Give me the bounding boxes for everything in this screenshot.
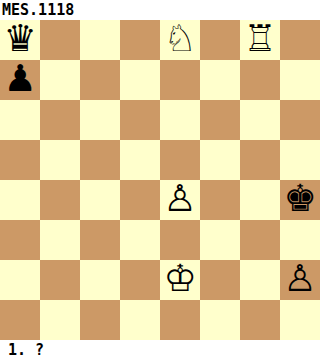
square-e8[interactable]: ♘ bbox=[160, 20, 200, 60]
square-b4[interactable] bbox=[40, 180, 80, 220]
square-a2[interactable] bbox=[0, 260, 40, 300]
square-a5[interactable] bbox=[0, 140, 40, 180]
square-g7[interactable] bbox=[240, 60, 280, 100]
square-g1[interactable] bbox=[240, 300, 280, 340]
square-b1[interactable] bbox=[40, 300, 80, 340]
square-f6[interactable] bbox=[200, 100, 240, 140]
square-b2[interactable] bbox=[40, 260, 80, 300]
square-a6[interactable] bbox=[0, 100, 40, 140]
square-a3[interactable] bbox=[0, 220, 40, 260]
square-d2[interactable] bbox=[120, 260, 160, 300]
square-h8[interactable] bbox=[280, 20, 320, 60]
square-h5[interactable] bbox=[280, 140, 320, 180]
square-f3[interactable] bbox=[200, 220, 240, 260]
square-f4[interactable] bbox=[200, 180, 240, 220]
square-g3[interactable] bbox=[240, 220, 280, 260]
square-h7[interactable] bbox=[280, 60, 320, 100]
square-e6[interactable] bbox=[160, 100, 200, 140]
square-e2[interactable]: ♔ bbox=[160, 260, 200, 300]
square-b5[interactable] bbox=[40, 140, 80, 180]
square-f8[interactable] bbox=[200, 20, 240, 60]
square-h3[interactable] bbox=[280, 220, 320, 260]
black-pawn: ♟ bbox=[3, 60, 36, 99]
puzzle-id: MES.1118 bbox=[0, 0, 320, 20]
square-d1[interactable] bbox=[120, 300, 160, 340]
square-d5[interactable] bbox=[120, 140, 160, 180]
white-knight: ♘ bbox=[163, 20, 196, 59]
square-a4[interactable] bbox=[0, 180, 40, 220]
square-g8[interactable]: ♖ bbox=[240, 20, 280, 60]
square-g2[interactable] bbox=[240, 260, 280, 300]
square-g4[interactable] bbox=[240, 180, 280, 220]
square-h2[interactable]: ♙ bbox=[280, 260, 320, 300]
black-king: ♚ bbox=[283, 180, 316, 219]
square-f2[interactable] bbox=[200, 260, 240, 300]
square-e7[interactable] bbox=[160, 60, 200, 100]
square-e3[interactable] bbox=[160, 220, 200, 260]
square-c5[interactable] bbox=[80, 140, 120, 180]
square-d7[interactable] bbox=[120, 60, 160, 100]
black-queen: ♛ bbox=[3, 20, 36, 59]
move-prompt: 1. ? bbox=[0, 340, 320, 360]
square-c8[interactable] bbox=[80, 20, 120, 60]
square-b6[interactable] bbox=[40, 100, 80, 140]
square-a7[interactable]: ♟ bbox=[0, 60, 40, 100]
square-f7[interactable] bbox=[200, 60, 240, 100]
square-b8[interactable] bbox=[40, 20, 80, 60]
white-king: ♔ bbox=[163, 260, 196, 299]
square-d3[interactable] bbox=[120, 220, 160, 260]
square-c1[interactable] bbox=[80, 300, 120, 340]
square-d4[interactable] bbox=[120, 180, 160, 220]
square-c6[interactable] bbox=[80, 100, 120, 140]
square-g5[interactable] bbox=[240, 140, 280, 180]
square-e5[interactable] bbox=[160, 140, 200, 180]
square-f1[interactable] bbox=[200, 300, 240, 340]
square-e4[interactable]: ♙ bbox=[160, 180, 200, 220]
square-h4[interactable]: ♚ bbox=[280, 180, 320, 220]
square-d8[interactable] bbox=[120, 20, 160, 60]
white-pawn: ♙ bbox=[283, 260, 316, 299]
white-rook: ♖ bbox=[243, 20, 276, 59]
chess-board: ♛♘♖♟♙♚♔♙ bbox=[0, 20, 320, 340]
square-a8[interactable]: ♛ bbox=[0, 20, 40, 60]
white-pawn: ♙ bbox=[163, 180, 196, 219]
square-g6[interactable] bbox=[240, 100, 280, 140]
square-c2[interactable] bbox=[80, 260, 120, 300]
square-c4[interactable] bbox=[80, 180, 120, 220]
square-a1[interactable] bbox=[0, 300, 40, 340]
square-c7[interactable] bbox=[80, 60, 120, 100]
square-b3[interactable] bbox=[40, 220, 80, 260]
square-e1[interactable] bbox=[160, 300, 200, 340]
square-h6[interactable] bbox=[280, 100, 320, 140]
square-b7[interactable] bbox=[40, 60, 80, 100]
chess-puzzle-window: MES.1118 ♛♘♖♟♙♚♔♙ 1. ? bbox=[0, 0, 320, 360]
square-f5[interactable] bbox=[200, 140, 240, 180]
square-d6[interactable] bbox=[120, 100, 160, 140]
square-h1[interactable] bbox=[280, 300, 320, 340]
square-c3[interactable] bbox=[80, 220, 120, 260]
